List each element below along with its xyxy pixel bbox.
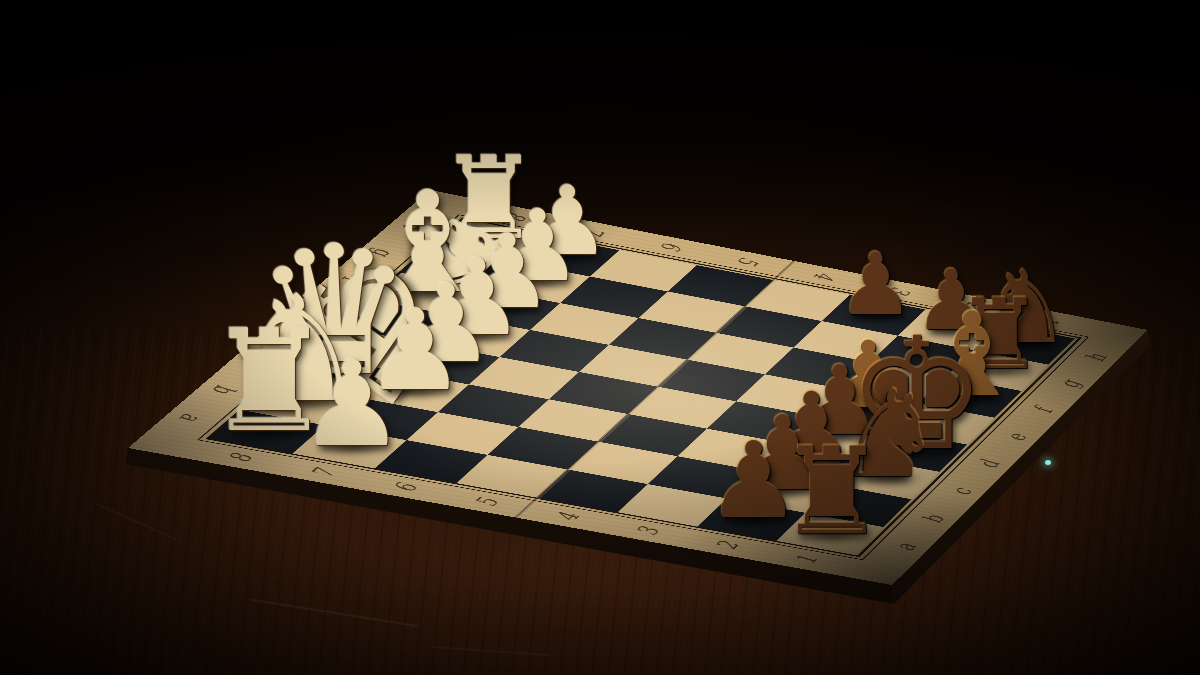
- table-glint: [1045, 460, 1051, 465]
- photo-scene: abcdefgh abcdefgh 87654321 87654321 ♜♞♛♚…: [0, 0, 1200, 675]
